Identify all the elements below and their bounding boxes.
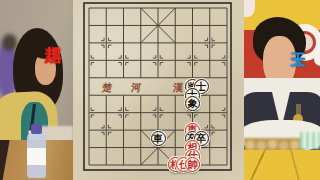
board-grid: 將士士象車車卒卒相仕相仕帥 (80, 0, 235, 174)
right-player-photo (244, 0, 320, 180)
player-name-char: 川 (45, 46, 62, 65)
sponsor-emblem-partial (314, 52, 320, 66)
table-pieces-strip (0, 0, 73, 28)
water-bottle-label (27, 148, 46, 165)
piece-black-chariot[interactable]: 車 (151, 131, 166, 146)
background-person-head (2, 34, 17, 51)
piece-red-general[interactable]: 帥 (185, 157, 200, 172)
xiangqi-board: 楚河漢界 將士士象車車卒卒相仕相仕帥 (73, 0, 244, 180)
player-name-char: 一 (291, 52, 306, 69)
board-mat (300, 132, 320, 149)
left-player-photo (0, 0, 73, 180)
piece-black-elephant[interactable]: 象 (185, 96, 200, 111)
water-bottle-cap (31, 124, 42, 134)
video-thumbnail: 楚河漢界 將士士象車車卒卒相仕相仕帥 李越川 王天一 (0, 0, 320, 180)
right-table (244, 150, 320, 180)
